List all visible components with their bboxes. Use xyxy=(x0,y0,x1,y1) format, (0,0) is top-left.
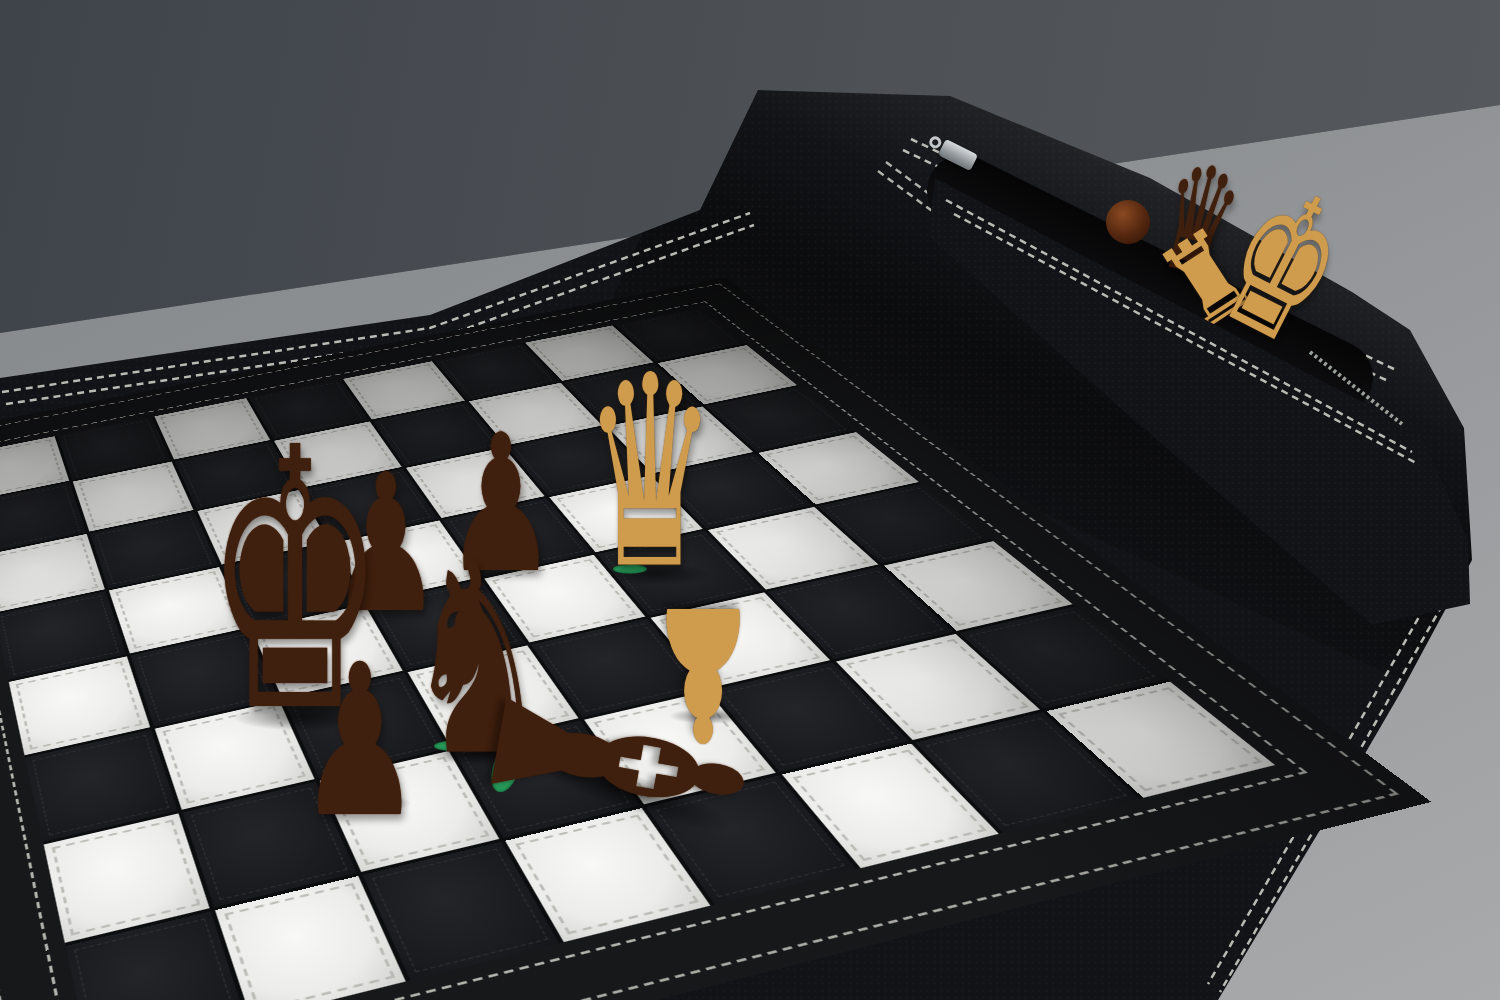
photo-scene: ♟♟♛♚♞♟♟♝♛♜♚ xyxy=(0,0,1500,1000)
piece-black-pawn-c4[interactable]: ♟ xyxy=(298,637,422,847)
